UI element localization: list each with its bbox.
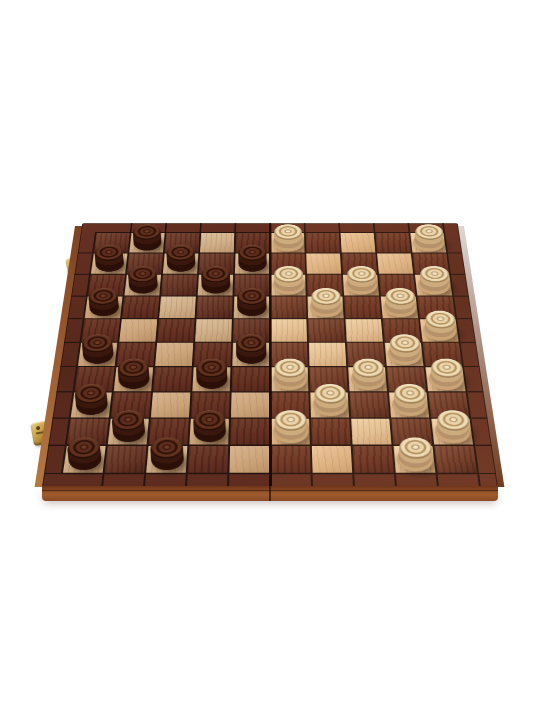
square-r6c7[interactable]: [309, 343, 346, 366]
square-r1c6[interactable]: [271, 233, 305, 253]
square-r7c3[interactable]: [153, 367, 192, 391]
square-r8c9[interactable]: [389, 392, 429, 417]
light-piece[interactable]: [388, 345, 420, 364]
square-r8c3[interactable]: [151, 392, 191, 417]
dark-piece[interactable]: [74, 395, 108, 415]
piece-layer: [274, 266, 303, 283]
square-r4c2[interactable]: [122, 297, 159, 319]
light-piece[interactable]: [413, 235, 443, 251]
square-r5c6[interactable]: [271, 319, 307, 341]
dark-piece[interactable]: [67, 448, 102, 470]
square-r3c4[interactable]: [198, 275, 233, 296]
square-r4c8[interactable]: [344, 297, 381, 319]
square-r3c10[interactable]: [415, 275, 452, 296]
dark-piece[interactable]: [237, 299, 266, 316]
square-r4c1[interactable]: [85, 297, 123, 319]
light-piece[interactable]: [397, 448, 432, 470]
piece-layer: [274, 224, 302, 240]
square-r3c3[interactable]: [161, 275, 197, 296]
draughts-board: [42, 223, 498, 487]
light-piece[interactable]: [274, 421, 306, 442]
light-piece[interactable]: [274, 370, 305, 389]
square-r8c7[interactable]: [310, 392, 349, 417]
square-r4c7[interactable]: [308, 297, 344, 319]
square-r9c5[interactable]: [230, 419, 269, 445]
square-r7c8[interactable]: [348, 367, 387, 391]
square-r2c7[interactable]: [306, 253, 341, 273]
square-r9c2[interactable]: [108, 419, 149, 445]
square-r1c7[interactable]: [306, 233, 340, 253]
square-r7c10[interactable]: [425, 367, 465, 391]
square-r1c4[interactable]: [200, 233, 234, 253]
square-r10c3[interactable]: [146, 446, 187, 473]
square-r3c6[interactable]: [271, 275, 306, 296]
square-r4c5[interactable]: [234, 297, 269, 319]
square-r10c6[interactable]: [271, 446, 311, 473]
board-scene: [0, 0, 540, 720]
square-r2c9[interactable]: [377, 253, 413, 273]
square-r4c9[interactable]: [381, 297, 418, 319]
light-piece[interactable]: [435, 421, 469, 442]
square-r2c5[interactable]: [235, 253, 269, 273]
square-r6c9[interactable]: [385, 343, 424, 366]
piece-layer: [311, 288, 341, 305]
piece-layer: [346, 266, 376, 283]
light-piece[interactable]: [392, 395, 425, 415]
dark-piece[interactable]: [150, 448, 184, 470]
square-r10c1[interactable]: [63, 446, 106, 473]
square-r9c7[interactable]: [311, 419, 351, 445]
piece-layer: [238, 245, 266, 261]
dark-piece[interactable]: [201, 277, 230, 294]
square-r2c1[interactable]: [91, 253, 128, 273]
piece-layer: [274, 359, 305, 378]
square-r3c8[interactable]: [343, 275, 379, 296]
light-piece[interactable]: [314, 395, 346, 415]
square-r2c3[interactable]: [163, 253, 198, 273]
square-r1c9[interactable]: [375, 233, 410, 253]
square-r6c1[interactable]: [78, 343, 117, 366]
dark-piece[interactable]: [193, 421, 226, 442]
dark-piece[interactable]: [88, 299, 119, 316]
light-piece[interactable]: [274, 277, 303, 294]
light-piece[interactable]: [423, 321, 455, 339]
dark-piece[interactable]: [117, 370, 150, 389]
dark-piece[interactable]: [238, 255, 266, 271]
square-r5c10[interactable]: [420, 319, 459, 341]
dark-piece[interactable]: [132, 235, 161, 251]
square-r1c10[interactable]: [410, 233, 446, 253]
light-piece[interactable]: [274, 235, 302, 251]
square-r8c1[interactable]: [71, 392, 112, 417]
square-r4c6[interactable]: [271, 297, 306, 319]
piece-layer: [352, 359, 384, 378]
square-r1c2[interactable]: [129, 233, 164, 253]
piece-layer: [237, 288, 266, 305]
square-r5c4[interactable]: [195, 319, 232, 341]
square-r5c8[interactable]: [345, 319, 382, 341]
dark-piece[interactable]: [94, 255, 124, 271]
square-r9c6[interactable]: [271, 419, 310, 445]
square-r5c2[interactable]: [119, 319, 157, 341]
piece-layer: [385, 288, 416, 305]
square-r7c6[interactable]: [271, 367, 308, 391]
piece-layer: [235, 334, 266, 353]
dark-piece[interactable]: [81, 345, 113, 364]
piece-layer: [389, 334, 421, 353]
square-r9c10[interactable]: [431, 419, 473, 445]
square-r10c8[interactable]: [353, 446, 394, 473]
square-r10c4[interactable]: [188, 446, 228, 473]
square-r3c2[interactable]: [124, 275, 161, 296]
square-r1c8[interactable]: [341, 233, 376, 253]
square-r9c8[interactable]: [351, 419, 391, 445]
light-piece[interactable]: [384, 299, 415, 316]
fold-seam: [269, 223, 272, 487]
square-r6c5[interactable]: [232, 343, 269, 366]
square-r10c10[interactable]: [434, 446, 477, 473]
board-front-edge: [42, 486, 498, 501]
square-r7c5[interactable]: [232, 367, 269, 391]
square-r4c4[interactable]: [196, 297, 232, 319]
square-r7c2[interactable]: [114, 367, 153, 391]
square-r10c2[interactable]: [105, 446, 147, 473]
dark-piece[interactable]: [236, 345, 266, 364]
dark-piece[interactable]: [128, 277, 158, 294]
square-r8c5[interactable]: [231, 392, 269, 417]
square-r9c4[interactable]: [189, 419, 229, 445]
square-r4c3[interactable]: [159, 297, 196, 319]
light-piece[interactable]: [346, 277, 376, 294]
board-surface: [42, 223, 498, 487]
dark-piece[interactable]: [166, 255, 195, 271]
square-r10c5[interactable]: [229, 446, 269, 473]
square-r7c4[interactable]: [192, 367, 230, 391]
light-piece[interactable]: [429, 370, 462, 389]
light-piece[interactable]: [311, 299, 341, 316]
light-piece[interactable]: [352, 370, 384, 389]
square-r10c9[interactable]: [394, 446, 436, 473]
square-r6c3[interactable]: [155, 343, 193, 366]
square-r5c3[interactable]: [157, 319, 194, 341]
square-r8c8[interactable]: [350, 392, 390, 417]
square-r5c7[interactable]: [308, 319, 345, 341]
piece-layer: [274, 410, 306, 431]
dark-piece[interactable]: [196, 370, 227, 389]
light-piece[interactable]: [418, 277, 449, 294]
dark-piece[interactable]: [111, 421, 145, 442]
piece-layer: [314, 384, 346, 404]
square-r10c7[interactable]: [312, 446, 352, 473]
